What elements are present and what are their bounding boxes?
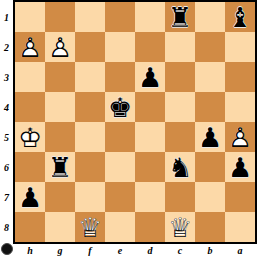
square-g3[interactable]	[45, 62, 75, 92]
square-e7[interactable]	[105, 182, 135, 212]
square-e1[interactable]	[105, 2, 135, 32]
square-c7[interactable]	[165, 182, 195, 212]
square-f8[interactable]: ♛♕	[75, 212, 105, 242]
square-g5[interactable]	[45, 122, 75, 152]
piece-black-pawn: ♟	[225, 152, 255, 182]
square-c5[interactable]	[165, 122, 195, 152]
file-label-f: f	[75, 244, 105, 257]
piece-white-queen-fill: ♛	[75, 212, 105, 242]
square-e6[interactable]	[105, 152, 135, 182]
piece-white-queen: ♕	[75, 212, 105, 242]
board-frame: ♜♝♟♙♟♙♟♚♚♔♟♟♙♜♞♟♟♛♕♛♕	[13, 0, 257, 244]
square-d6[interactable]	[135, 152, 165, 182]
square-b6[interactable]	[195, 152, 225, 182]
square-a2[interactable]	[225, 32, 255, 62]
square-f2[interactable]	[75, 32, 105, 62]
piece-black-knight: ♞	[165, 152, 195, 182]
square-d2[interactable]	[135, 32, 165, 62]
square-b2[interactable]	[195, 32, 225, 62]
rank-label-2: 2	[0, 32, 13, 62]
square-a6[interactable]: ♟	[225, 152, 255, 182]
square-a7[interactable]	[225, 182, 255, 212]
square-e5[interactable]	[105, 122, 135, 152]
square-b5[interactable]: ♟	[195, 122, 225, 152]
square-d1[interactable]	[135, 2, 165, 32]
square-a8[interactable]	[225, 212, 255, 242]
file-label-g: g	[45, 244, 75, 257]
square-e8[interactable]	[105, 212, 135, 242]
square-f6[interactable]	[75, 152, 105, 182]
rank-label-1: 1	[0, 2, 13, 32]
piece-white-king-fill: ♚	[15, 122, 45, 152]
piece-white-queen: ♕	[165, 212, 195, 242]
rank-label-5: 5	[0, 122, 13, 152]
rank-label-3: 3	[0, 62, 13, 92]
square-f5[interactable]	[75, 122, 105, 152]
square-h7[interactable]: ♟	[15, 182, 45, 212]
piece-black-rook: ♜	[45, 152, 75, 182]
square-g8[interactable]	[45, 212, 75, 242]
piece-black-pawn: ♟	[135, 62, 165, 92]
rank-label-4: 4	[0, 92, 13, 122]
square-a4[interactable]	[225, 92, 255, 122]
square-e4[interactable]: ♚	[105, 92, 135, 122]
square-g1[interactable]	[45, 2, 75, 32]
file-label-d: d	[135, 244, 165, 257]
square-h8[interactable]	[15, 212, 45, 242]
file-label-e: e	[105, 244, 135, 257]
square-c3[interactable]	[165, 62, 195, 92]
piece-white-pawn: ♙	[15, 32, 45, 62]
square-e3[interactable]	[105, 62, 135, 92]
square-c1[interactable]: ♜	[165, 2, 195, 32]
square-h2[interactable]: ♟♙	[15, 32, 45, 62]
square-d4[interactable]	[135, 92, 165, 122]
square-c6[interactable]: ♞	[165, 152, 195, 182]
square-h4[interactable]	[15, 92, 45, 122]
rank-labels: 12345678	[0, 2, 13, 242]
rank-label-7: 7	[0, 182, 13, 212]
square-h5[interactable]: ♚♔	[15, 122, 45, 152]
chess-diagram: 12345678 ♜♝♟♙♟♙♟♚♚♔♟♟♙♜♞♟♟♛♕♛♕ hgfedcba	[0, 0, 257, 257]
file-label-h: h	[15, 244, 45, 257]
square-h6[interactable]	[15, 152, 45, 182]
square-h3[interactable]	[15, 62, 45, 92]
file-labels: hgfedcba	[15, 244, 255, 257]
square-f4[interactable]	[75, 92, 105, 122]
piece-white-queen-fill: ♛	[165, 212, 195, 242]
piece-black-pawn: ♟	[15, 182, 45, 212]
square-b7[interactable]	[195, 182, 225, 212]
file-label-a: a	[225, 244, 255, 257]
square-d8[interactable]	[135, 212, 165, 242]
piece-black-pawn: ♟	[195, 122, 225, 152]
piece-white-pawn-fill: ♟	[225, 122, 255, 152]
square-g4[interactable]	[45, 92, 75, 122]
square-a1[interactable]: ♝	[225, 2, 255, 32]
rank-label-6: 6	[0, 152, 13, 182]
square-b3[interactable]	[195, 62, 225, 92]
square-b1[interactable]	[195, 2, 225, 32]
black-to-move-indicator	[1, 243, 13, 255]
piece-white-pawn: ♙	[45, 32, 75, 62]
square-c4[interactable]	[165, 92, 195, 122]
file-label-b: b	[195, 244, 225, 257]
square-f3[interactable]	[75, 62, 105, 92]
square-f1[interactable]	[75, 2, 105, 32]
piece-white-king: ♔	[15, 122, 45, 152]
square-g6[interactable]: ♜	[45, 152, 75, 182]
square-c2[interactable]	[165, 32, 195, 62]
square-f7[interactable]	[75, 182, 105, 212]
square-d3[interactable]: ♟	[135, 62, 165, 92]
square-c8[interactable]: ♛♕	[165, 212, 195, 242]
piece-white-pawn: ♙	[225, 122, 255, 152]
piece-black-king: ♚	[105, 92, 135, 122]
square-g7[interactable]	[45, 182, 75, 212]
board: ♜♝♟♙♟♙♟♚♚♔♟♟♙♜♞♟♟♛♕♛♕	[15, 2, 255, 242]
square-d7[interactable]	[135, 182, 165, 212]
piece-white-pawn-fill: ♟	[15, 32, 45, 62]
square-h1[interactable]	[15, 2, 45, 32]
square-b8[interactable]	[195, 212, 225, 242]
piece-white-pawn-fill: ♟	[45, 32, 75, 62]
rank-label-8: 8	[0, 212, 13, 242]
square-e2[interactable]	[105, 32, 135, 62]
piece-black-bishop: ♝	[225, 2, 255, 32]
file-label-c: c	[165, 244, 195, 257]
square-d5[interactable]	[135, 122, 165, 152]
square-a5[interactable]: ♟♙	[225, 122, 255, 152]
square-g2[interactable]: ♟♙	[45, 32, 75, 62]
piece-black-rook: ♜	[165, 2, 195, 32]
square-a3[interactable]	[225, 62, 255, 92]
square-b4[interactable]	[195, 92, 225, 122]
